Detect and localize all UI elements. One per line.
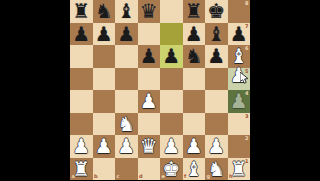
square-g7[interactable]: ♝: [205, 23, 228, 46]
square-e7[interactable]: [160, 23, 183, 46]
square-a6[interactable]: [70, 45, 93, 68]
black-queen[interactable]: ♛: [138, 0, 161, 23]
coord-rank-8: 8: [245, 1, 248, 6]
square-h3[interactable]: 3: [228, 113, 251, 136]
square-d5[interactable]: [138, 68, 161, 91]
square-d8[interactable]: ♛: [138, 0, 161, 23]
square-h7[interactable]: ♟7: [228, 23, 251, 46]
white-pawn[interactable]: ♟: [93, 135, 116, 158]
white-pawn[interactable]: ♟: [138, 90, 161, 113]
square-b3[interactable]: [93, 113, 116, 136]
square-g5[interactable]: [205, 68, 228, 91]
square-h2[interactable]: 2: [228, 135, 251, 158]
square-e5[interactable]: [160, 68, 183, 91]
square-g8[interactable]: ♚: [205, 0, 228, 23]
white-queen[interactable]: ♛: [138, 135, 161, 158]
square-e4[interactable]: [160, 90, 183, 113]
coord-file-a: a: [72, 174, 75, 179]
square-b6[interactable]: [93, 45, 116, 68]
square-a5[interactable]: [70, 68, 93, 91]
square-c3[interactable]: ♞: [115, 113, 138, 136]
square-g4[interactable]: [205, 90, 228, 113]
square-g6[interactable]: ♟: [205, 45, 228, 68]
black-pawn[interactable]: ♟: [70, 23, 93, 46]
black-pawn[interactable]: ♟: [138, 45, 161, 68]
square-b4[interactable]: [93, 90, 116, 113]
square-f8[interactable]: ♜: [183, 0, 206, 23]
square-b2[interactable]: ♟: [93, 135, 116, 158]
square-f3[interactable]: [183, 113, 206, 136]
coord-file-b: b: [94, 174, 98, 179]
square-d2[interactable]: ♛: [138, 135, 161, 158]
black-pawn[interactable]: ♟: [93, 23, 116, 46]
coord-rank-1: 1: [245, 159, 248, 164]
square-b1[interactable]: b: [93, 158, 116, 181]
square-f7[interactable]: ♟: [183, 23, 206, 46]
mouse-cursor-icon: [240, 72, 249, 84]
black-pawn[interactable]: ♟: [205, 45, 228, 68]
black-rook[interactable]: ♜: [183, 0, 206, 23]
square-e6[interactable]: ♟: [160, 45, 183, 68]
square-g2[interactable]: ♟: [205, 135, 228, 158]
square-d7[interactable]: [138, 23, 161, 46]
coord-file-e: e: [162, 174, 165, 179]
square-e2[interactable]: ♟: [160, 135, 183, 158]
square-f4[interactable]: [183, 90, 206, 113]
square-a3[interactable]: [70, 113, 93, 136]
square-h1[interactable]: ♜1h: [228, 158, 251, 181]
square-e1[interactable]: ♚e: [160, 158, 183, 181]
square-f2[interactable]: ♟: [183, 135, 206, 158]
coord-rank-6: 6: [245, 46, 248, 51]
square-e8[interactable]: [160, 0, 183, 23]
square-a4[interactable]: [70, 90, 93, 113]
coord-rank-3: 3: [245, 114, 248, 119]
white-knight[interactable]: ♞: [115, 113, 138, 136]
black-knight[interactable]: ♞: [183, 45, 206, 68]
square-d1[interactable]: d: [138, 158, 161, 181]
square-c6[interactable]: [115, 45, 138, 68]
square-d3[interactable]: [138, 113, 161, 136]
square-a1[interactable]: ♜a: [70, 158, 93, 181]
square-c8[interactable]: ♝: [115, 0, 138, 23]
black-pawn[interactable]: ♟: [115, 23, 138, 46]
square-a2[interactable]: ♟: [70, 135, 93, 158]
black-bishop[interactable]: ♝: [115, 0, 138, 23]
square-c4[interactable]: [115, 90, 138, 113]
square-d6[interactable]: ♟: [138, 45, 161, 68]
chess-board[interactable]: ♜♞♝♛♜♚8♟♟♟♟♝♟7♟♟♞♟♝6♟5♟♟4♞3♟♟♟♛♟♟♟2♜abcd…: [70, 0, 250, 180]
square-c5[interactable]: [115, 68, 138, 91]
video-frame: ♜♞♝♛♜♚8♟♟♟♟♝♟7♟♟♞♟♝6♟5♟♟4♞3♟♟♟♛♟♟♟2♜abcd…: [0, 0, 320, 180]
black-bishop[interactable]: ♝: [205, 23, 228, 46]
square-c1[interactable]: c: [115, 158, 138, 181]
square-g3[interactable]: [205, 113, 228, 136]
white-pawn[interactable]: ♟: [70, 135, 93, 158]
coord-rank-2: 2: [245, 136, 248, 141]
coord-file-h: h: [229, 174, 233, 179]
square-b8[interactable]: ♞: [93, 0, 116, 23]
square-h4[interactable]: ♟4: [228, 90, 251, 113]
square-h8[interactable]: 8: [228, 0, 251, 23]
black-knight[interactable]: ♞: [93, 0, 116, 23]
coord-rank-4: 4: [245, 91, 248, 96]
coord-rank-7: 7: [245, 24, 248, 29]
square-g1[interactable]: ♞g: [205, 158, 228, 181]
square-a8[interactable]: ♜: [70, 0, 93, 23]
white-pawn[interactable]: ♟: [183, 135, 206, 158]
black-rook[interactable]: ♜: [70, 0, 93, 23]
coord-file-c: c: [117, 174, 120, 179]
square-f1[interactable]: ♝f: [183, 158, 206, 181]
square-b5[interactable]: [93, 68, 116, 91]
square-f5[interactable]: [183, 68, 206, 91]
white-pawn[interactable]: ♟: [205, 135, 228, 158]
square-c7[interactable]: ♟: [115, 23, 138, 46]
square-b7[interactable]: ♟: [93, 23, 116, 46]
square-a7[interactable]: ♟: [70, 23, 93, 46]
white-pawn[interactable]: ♟: [115, 135, 138, 158]
black-pawn[interactable]: ♟: [160, 45, 183, 68]
black-pawn[interactable]: ♟: [183, 23, 206, 46]
square-f6[interactable]: ♞: [183, 45, 206, 68]
coord-file-g: g: [207, 174, 211, 179]
square-h5[interactable]: ♟5: [228, 68, 251, 91]
square-e3[interactable]: [160, 113, 183, 136]
white-pawn[interactable]: ♟: [160, 135, 183, 158]
coord-file-d: d: [139, 174, 143, 179]
coord-file-f: f: [184, 174, 186, 179]
square-d4[interactable]: ♟: [138, 90, 161, 113]
black-king[interactable]: ♚: [205, 0, 228, 23]
square-c2[interactable]: ♟: [115, 135, 138, 158]
